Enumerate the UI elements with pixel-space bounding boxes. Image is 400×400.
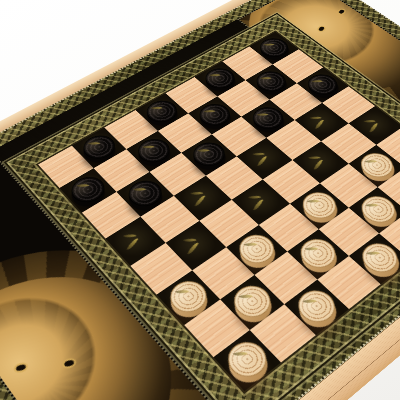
square-e2[interactable] (319, 208, 379, 256)
square-a3[interactable] (157, 270, 221, 325)
white-piece[interactable] (295, 187, 342, 224)
white-piece[interactable] (290, 284, 342, 328)
white-piece[interactable] (220, 335, 274, 384)
art-panel-left (0, 151, 232, 400)
white-piece[interactable] (293, 233, 342, 273)
wooden-case (0, 0, 400, 400)
lion-mane (0, 223, 232, 400)
square-e3[interactable] (290, 183, 349, 229)
square-b4[interactable] (166, 221, 227, 271)
square-d1[interactable] (317, 256, 380, 309)
ornate-board-frame (4, 13, 400, 400)
white-piece[interactable] (226, 280, 277, 324)
square-c1[interactable] (284, 280, 349, 336)
square-d2[interactable] (287, 229, 349, 279)
white-piece[interactable] (354, 191, 400, 228)
square-c5[interactable] (174, 176, 232, 221)
lion-eye (64, 359, 75, 367)
square-a4[interactable] (130, 243, 192, 295)
square-b2[interactable] (220, 275, 284, 330)
square-c3[interactable] (226, 225, 287, 275)
lion-eye (16, 364, 26, 372)
square-b1[interactable] (250, 304, 316, 362)
square-d3[interactable] (259, 204, 319, 252)
square-c4[interactable] (199, 200, 258, 247)
square-b3[interactable] (192, 247, 254, 299)
square-a6[interactable] (82, 192, 140, 239)
lid-black-field (0, 0, 400, 400)
lion-artwork-left (0, 254, 199, 400)
white-piece[interactable] (232, 229, 281, 269)
white-piece[interactable] (354, 238, 400, 279)
square-a5[interactable] (106, 217, 166, 266)
photo-background (0, 0, 400, 400)
square-c2[interactable] (254, 252, 317, 305)
square-d4[interactable] (232, 179, 290, 225)
square-e1[interactable] (349, 233, 400, 284)
square-a1[interactable] (213, 330, 280, 391)
square-f1[interactable] (379, 212, 400, 261)
square-b5[interactable] (140, 196, 199, 243)
lion-face (0, 254, 199, 400)
case-lid-top (0, 0, 400, 400)
square-f2[interactable] (349, 187, 400, 233)
white-piece[interactable] (162, 275, 213, 319)
square-a2[interactable] (184, 299, 249, 357)
